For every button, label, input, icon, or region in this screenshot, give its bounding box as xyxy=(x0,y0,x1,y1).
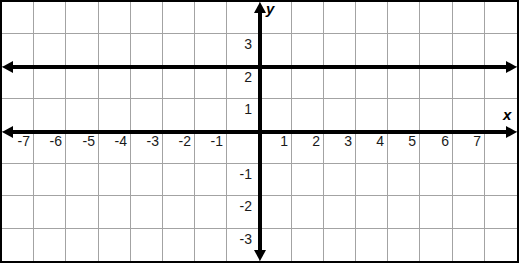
grid-cell xyxy=(131,34,163,66)
grid-cell xyxy=(34,229,66,261)
grid-cell xyxy=(131,2,163,34)
grid-cell xyxy=(2,164,34,196)
grid-cell xyxy=(99,164,131,196)
x-tick-label: 3 xyxy=(322,134,352,148)
grid-cell xyxy=(388,164,420,196)
grid-cell xyxy=(260,34,292,66)
grid-cell xyxy=(66,67,98,99)
grid-cell xyxy=(131,229,163,261)
grid-cell xyxy=(131,164,163,196)
grid-cell xyxy=(420,229,452,261)
grid-cell xyxy=(292,196,324,228)
grid-cell xyxy=(195,2,227,34)
grid-cell xyxy=(99,2,131,34)
grid-cell xyxy=(453,229,485,261)
grid-cell xyxy=(388,196,420,228)
grid-cell xyxy=(34,67,66,99)
grid-cell xyxy=(66,229,98,261)
grid-cell xyxy=(260,196,292,228)
grid-cell xyxy=(163,164,195,196)
grid-cell xyxy=(2,2,34,34)
grid-cell xyxy=(324,34,356,66)
grid-cell xyxy=(453,67,485,99)
grid-cell xyxy=(453,2,485,34)
grid-cell xyxy=(66,196,98,228)
x-axis-right-arrowhead-icon xyxy=(506,126,517,138)
grid-cell xyxy=(420,67,452,99)
grid-cell xyxy=(324,164,356,196)
grid-cell xyxy=(260,164,292,196)
x-tick-label: -6 xyxy=(32,134,62,148)
grid-cell xyxy=(453,34,485,66)
grid-cell xyxy=(292,34,324,66)
grid-cell xyxy=(34,99,66,131)
grid-cell xyxy=(66,164,98,196)
grid-cell xyxy=(34,34,66,66)
grid-cell xyxy=(420,2,452,34)
x-tick-label: -4 xyxy=(97,134,127,148)
grid-cell xyxy=(324,229,356,261)
grid-cell xyxy=(485,2,517,34)
y-tick-label: -2 xyxy=(222,199,252,213)
grid-cell xyxy=(453,164,485,196)
grid-cell xyxy=(324,67,356,99)
grid-cell xyxy=(292,67,324,99)
grid-cell xyxy=(66,99,98,131)
grid-cell xyxy=(131,196,163,228)
grid-cell xyxy=(356,2,388,34)
grid-cell xyxy=(99,99,131,131)
grid-cell xyxy=(356,164,388,196)
grid-cell xyxy=(388,99,420,131)
grid-cell xyxy=(420,164,452,196)
x-tick-label: 6 xyxy=(419,134,449,148)
x-tick-label: -5 xyxy=(65,134,95,148)
grid-cell xyxy=(356,34,388,66)
grid-cell xyxy=(34,164,66,196)
grid-cell xyxy=(99,229,131,261)
plotted-line-right-arrowhead-icon xyxy=(506,61,517,73)
grid-cell xyxy=(324,2,356,34)
y-tick-label: 3 xyxy=(222,37,252,51)
grid-cell xyxy=(34,2,66,34)
grid-cell xyxy=(420,99,452,131)
grid-cell xyxy=(388,34,420,66)
grid-cell xyxy=(420,196,452,228)
grid-cell xyxy=(356,229,388,261)
grid-cell xyxy=(292,229,324,261)
grid-cell xyxy=(66,34,98,66)
grid-cell xyxy=(2,229,34,261)
x-tick-label: 7 xyxy=(451,134,481,148)
y-tick-label: 1 xyxy=(222,102,252,116)
y-axis-label: y xyxy=(266,1,274,16)
coordinate-plane: y x -7 -6 -5 -4 -3 -2 -1 1 2 3 4 5 6 7 3… xyxy=(0,0,519,263)
grid-cell xyxy=(485,229,517,261)
x-tick-label: -2 xyxy=(161,134,191,148)
x-tick-label: 4 xyxy=(354,134,384,148)
grid-cell xyxy=(163,229,195,261)
x-axis-label: x xyxy=(503,107,511,122)
grid-cell xyxy=(163,2,195,34)
grid-cell xyxy=(324,196,356,228)
grid-cell xyxy=(163,196,195,228)
grid-cell xyxy=(163,34,195,66)
grid-cell xyxy=(388,2,420,34)
x-tick-label: -1 xyxy=(193,134,223,148)
grid-cell xyxy=(453,99,485,131)
grid-cell xyxy=(163,67,195,99)
grid-cell xyxy=(131,99,163,131)
grid-cell xyxy=(292,2,324,34)
grid-cell xyxy=(356,67,388,99)
grid-cell xyxy=(453,196,485,228)
x-tick-label: -3 xyxy=(129,134,159,148)
grid-cell xyxy=(356,196,388,228)
grid-cell xyxy=(356,99,388,131)
grid-cell xyxy=(131,67,163,99)
grid-cell xyxy=(485,196,517,228)
x-tick-label: 5 xyxy=(386,134,416,148)
y-axis-bottom-arrowhead-icon xyxy=(254,250,266,261)
plotted-line-y-equals-2 xyxy=(12,65,507,69)
y-axis xyxy=(258,12,262,251)
grid-cell xyxy=(34,196,66,228)
grid-cell xyxy=(99,67,131,99)
grid-cell xyxy=(99,34,131,66)
x-tick-label: 2 xyxy=(290,134,320,148)
y-tick-label: -1 xyxy=(222,167,252,181)
grid-cell xyxy=(163,99,195,131)
grid-cell xyxy=(292,99,324,131)
y-tick-label: -3 xyxy=(222,232,252,246)
grid-cell xyxy=(66,2,98,34)
grid-cell xyxy=(485,164,517,196)
y-tick-label: 2 xyxy=(222,70,252,84)
grid-cell xyxy=(2,196,34,228)
grid-cell xyxy=(324,99,356,131)
y-axis-top-arrowhead-icon xyxy=(254,2,266,13)
x-tick-label: -7 xyxy=(0,134,30,148)
grid-cell xyxy=(227,132,259,164)
grid-cell xyxy=(99,196,131,228)
grid-cell xyxy=(260,67,292,99)
grid-cell xyxy=(388,67,420,99)
grid-cell xyxy=(420,34,452,66)
grid-cell xyxy=(388,229,420,261)
grid-cell xyxy=(260,99,292,131)
grid-cell xyxy=(292,164,324,196)
x-tick-label: 1 xyxy=(258,134,288,148)
plotted-line-left-arrowhead-icon xyxy=(2,61,13,73)
